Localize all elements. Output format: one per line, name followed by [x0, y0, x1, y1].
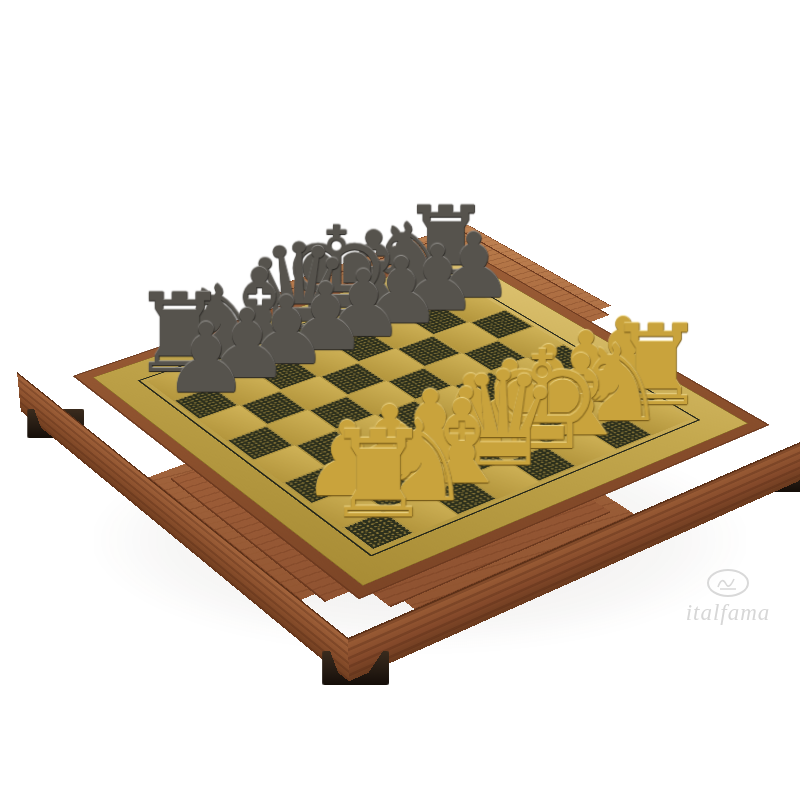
- playing-grid: ♜♟♟♜♞♟♟♞♝♟♟♝♚♟♟♚♛♟♟♛♝♟♟♝♞♟♟♞♜♟♟♜: [147, 276, 690, 550]
- black-pawn-a7: ♟: [163, 310, 249, 406]
- square-a1: ♜: [341, 510, 415, 551]
- product-scene: ♜♟♟♜♞♟♟♞♝♟♟♝♚♟♟♚♛♟♟♛♝♟♟♝♞♟♟♞♜♟♟♜ italfam…: [0, 0, 800, 800]
- white-rook-a1: ♜: [325, 415, 433, 535]
- board-line-frame: ♜♟♟♜♞♟♟♞♝♟♟♝♚♟♟♚♛♟♟♛♝♟♟♝♞♟♟♞♜♟♟♜: [137, 272, 700, 556]
